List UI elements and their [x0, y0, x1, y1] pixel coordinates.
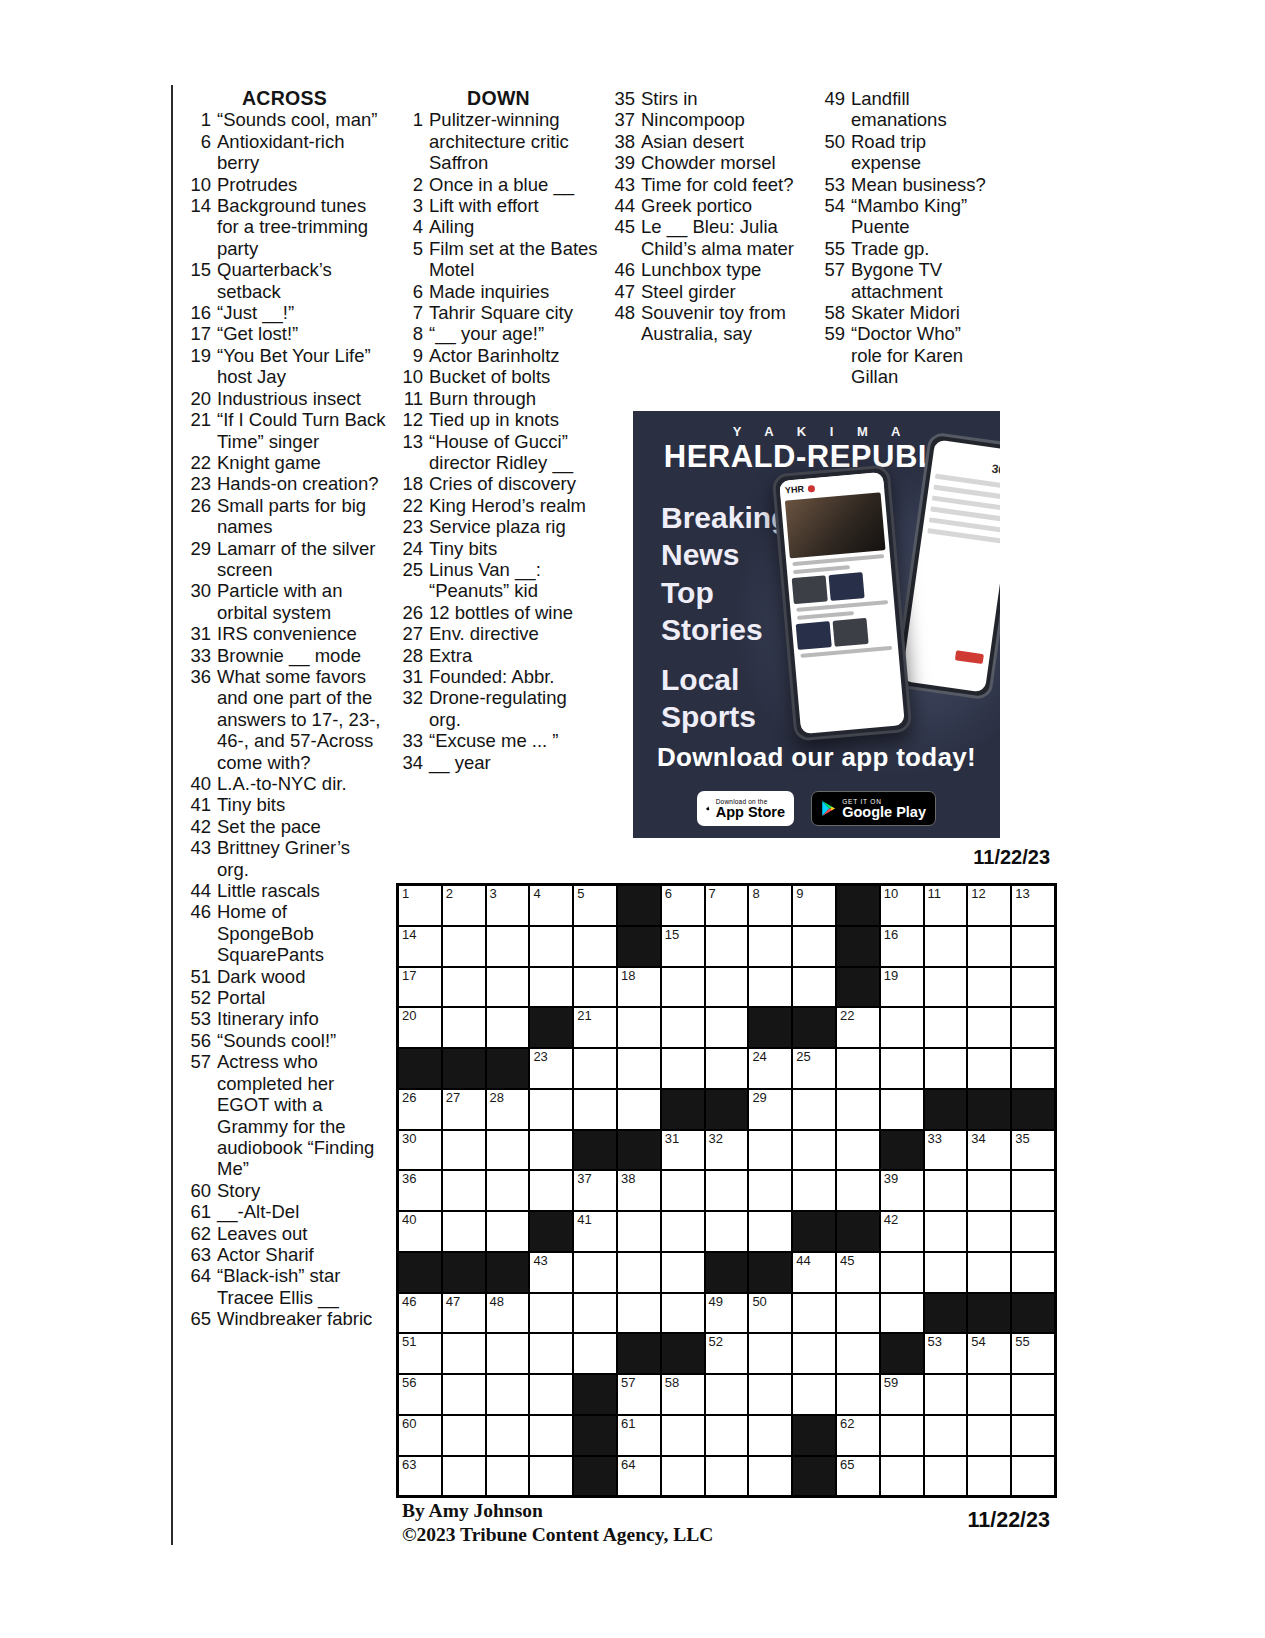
white-cell[interactable]: 17: [398, 967, 442, 1008]
white-cell[interactable]: [836, 1130, 880, 1171]
white-cell[interactable]: [1011, 1374, 1055, 1415]
white-cell[interactable]: [486, 1211, 530, 1252]
clue-item: 65Windbreaker fabric: [183, 1308, 386, 1329]
white-cell[interactable]: [880, 1089, 924, 1130]
cell-number: 51: [402, 1335, 416, 1348]
clue-text: Time for cold feet?: [641, 174, 795, 195]
white-cell[interactable]: [573, 1048, 617, 1089]
white-cell[interactable]: [442, 1374, 486, 1415]
clue-item: 11Burn through: [395, 388, 602, 409]
white-cell[interactable]: 32: [705, 1130, 749, 1171]
clue-item: 7Tahrir Square city: [395, 302, 602, 323]
white-cell[interactable]: 23: [529, 1048, 573, 1089]
cell-number: 7: [709, 887, 716, 900]
white-cell[interactable]: 3: [486, 885, 530, 926]
clue-item: 52Portal: [183, 987, 386, 1008]
clue-number: 43: [183, 837, 217, 880]
white-cell[interactable]: [573, 1293, 617, 1334]
white-cell[interactable]: [573, 926, 617, 967]
white-cell[interactable]: [661, 1415, 705, 1456]
white-cell[interactable]: [748, 926, 792, 967]
weather-table-rows: [926, 474, 1000, 550]
cell-number: 53: [928, 1335, 942, 1348]
white-cell[interactable]: [967, 926, 1011, 967]
white-cell[interactable]: [924, 926, 968, 967]
white-cell[interactable]: [442, 1415, 486, 1456]
white-cell[interactable]: [836, 1048, 880, 1089]
white-cell[interactable]: [967, 1252, 1011, 1293]
white-cell[interactable]: [705, 926, 749, 967]
white-cell[interactable]: [573, 1089, 617, 1130]
white-cell[interactable]: [880, 1456, 924, 1497]
black-cell: [880, 1333, 924, 1374]
clue-text: Skater Midori: [851, 302, 990, 323]
white-cell[interactable]: 4: [529, 885, 573, 926]
clue-item: 24Tiny bits: [395, 538, 602, 559]
white-cell[interactable]: [486, 1374, 530, 1415]
clue-number: 44: [607, 195, 641, 216]
white-cell[interactable]: [486, 926, 530, 967]
clue-item: 44Greek portico: [607, 195, 795, 216]
clue-text: Particle with an orbital system: [217, 580, 386, 623]
white-cell[interactable]: [617, 1089, 661, 1130]
black-cell: [573, 1374, 617, 1415]
white-cell[interactable]: [529, 1333, 573, 1374]
cell-number: 12: [971, 887, 985, 900]
white-cell[interactable]: [529, 1415, 573, 1456]
clue-number: 22: [395, 495, 429, 516]
white-cell[interactable]: [748, 1130, 792, 1171]
white-cell[interactable]: [792, 1130, 836, 1171]
white-cell[interactable]: [1011, 926, 1055, 967]
clue-item: 34__ year: [395, 752, 602, 773]
white-cell[interactable]: [880, 1007, 924, 1048]
cell-number: 11: [928, 887, 942, 900]
white-cell[interactable]: 16: [880, 926, 924, 967]
white-cell[interactable]: [924, 1170, 968, 1211]
clue-text: Once in a blue __: [429, 174, 602, 195]
cell-number: 2: [446, 887, 453, 900]
white-cell[interactable]: 10: [880, 885, 924, 926]
white-cell[interactable]: [924, 967, 968, 1008]
white-cell[interactable]: [486, 967, 530, 1008]
clue-item: 53Mean business?: [817, 174, 990, 195]
white-cell[interactable]: 34: [967, 1130, 1011, 1171]
clue-item: 39Chowder morsel: [607, 152, 795, 173]
white-cell[interactable]: [967, 1211, 1011, 1252]
black-cell: [617, 1130, 661, 1171]
white-cell[interactable]: [661, 967, 705, 1008]
clue-text: Film set at the Bates Motel: [429, 238, 602, 281]
clue-number: 20: [183, 388, 217, 409]
white-cell[interactable]: [967, 1170, 1011, 1211]
white-cell[interactable]: 55: [1011, 1333, 1055, 1374]
white-cell[interactable]: [748, 967, 792, 1008]
crossword-page: ACROSS1“Sounds cool, man”6Antioxidant-ri…: [0, 0, 1265, 1638]
white-cell[interactable]: [924, 1252, 968, 1293]
white-cell[interactable]: [486, 1415, 530, 1456]
clue-item: 60Story: [183, 1180, 386, 1201]
white-cell[interactable]: [792, 967, 836, 1008]
clue-text: Brittney Griner’s org.: [217, 837, 386, 880]
white-cell[interactable]: 31: [661, 1130, 705, 1171]
white-cell[interactable]: [617, 1293, 661, 1334]
white-cell[interactable]: [442, 926, 486, 967]
white-cell[interactable]: 13: [1011, 885, 1055, 926]
cell-number: 8: [752, 887, 759, 900]
clue-number: 37: [607, 109, 641, 130]
clue-item: 1Pulitzer-winning architecture critic Sa…: [395, 109, 602, 173]
clue-number: 22: [183, 452, 217, 473]
crossword-grid: 1234567891011121314151617181920212223242…: [396, 883, 1057, 1498]
white-cell[interactable]: [748, 1170, 792, 1211]
white-cell[interactable]: [442, 967, 486, 1008]
white-cell[interactable]: [486, 1130, 530, 1171]
white-cell[interactable]: [1011, 1415, 1055, 1456]
black-cell: [573, 1415, 617, 1456]
white-cell[interactable]: [661, 1048, 705, 1089]
white-cell[interactable]: [705, 1211, 749, 1252]
clue-text: Quarterback’s setback: [217, 259, 386, 302]
white-cell[interactable]: [705, 1048, 749, 1089]
white-cell[interactable]: 30: [398, 1130, 442, 1171]
white-cell[interactable]: [442, 1130, 486, 1171]
clue-number: 1: [395, 109, 429, 173]
cell-number: 39: [884, 1172, 898, 1185]
black-cell: [705, 1089, 749, 1130]
white-cell[interactable]: [442, 1456, 486, 1497]
clue-number: 5: [395, 238, 429, 281]
white-cell[interactable]: [792, 926, 836, 967]
white-cell[interactable]: [748, 1374, 792, 1415]
white-cell[interactable]: 52: [705, 1333, 749, 1374]
black-cell: [880, 1130, 924, 1171]
white-cell[interactable]: [836, 1333, 880, 1374]
white-cell[interactable]: [661, 1252, 705, 1293]
cell-number: 58: [665, 1376, 679, 1389]
white-cell[interactable]: [1011, 1007, 1055, 1048]
white-cell[interactable]: 48: [486, 1293, 530, 1334]
cell-number: 19: [884, 969, 898, 982]
clue-number: 44: [183, 880, 217, 901]
white-cell[interactable]: 35: [1011, 1130, 1055, 1171]
white-cell[interactable]: [529, 1170, 573, 1211]
clue-text: Small parts for big names: [217, 495, 386, 538]
white-cell[interactable]: [880, 1048, 924, 1089]
clue-item: 61__-Alt-Del: [183, 1201, 386, 1222]
white-cell[interactable]: [486, 1456, 530, 1497]
clue-number: 26: [183, 495, 217, 538]
white-cell[interactable]: [705, 1374, 749, 1415]
black-cell: [792, 1007, 836, 1048]
white-cell[interactable]: [967, 1456, 1011, 1497]
white-cell[interactable]: [529, 967, 573, 1008]
white-cell[interactable]: [486, 1007, 530, 1048]
white-cell[interactable]: 61: [617, 1415, 661, 1456]
white-cell[interactable]: 63: [398, 1456, 442, 1497]
white-cell[interactable]: [1011, 1456, 1055, 1497]
white-cell[interactable]: [661, 1456, 705, 1497]
clue-text: Dark wood: [217, 966, 386, 987]
white-cell[interactable]: [705, 967, 749, 1008]
black-cell: [792, 1456, 836, 1497]
clue-number: 17: [183, 323, 217, 344]
white-cell[interactable]: [836, 1170, 880, 1211]
white-cell[interactable]: [661, 1170, 705, 1211]
white-cell[interactable]: 19: [880, 967, 924, 1008]
white-cell[interactable]: [924, 1374, 968, 1415]
clue-number: 16: [183, 302, 217, 323]
cell-number: 54: [971, 1335, 985, 1348]
clue-text: Stirs in: [641, 88, 795, 109]
clue-text: Antioxidant-rich berry: [217, 131, 386, 174]
clue-number: 24: [395, 538, 429, 559]
clue-item: 62Leaves out: [183, 1223, 386, 1244]
clue-number: 51: [183, 966, 217, 987]
white-cell[interactable]: 64: [617, 1456, 661, 1497]
white-cell[interactable]: [924, 1048, 968, 1089]
white-cell[interactable]: [1011, 1170, 1055, 1211]
white-cell[interactable]: [617, 1007, 661, 1048]
white-cell[interactable]: [705, 1415, 749, 1456]
white-cell[interactable]: [748, 1333, 792, 1374]
clue-text: Itinerary info: [217, 1008, 386, 1029]
white-cell[interactable]: [442, 1170, 486, 1211]
clue-item: 55Trade gp.: [817, 238, 990, 259]
white-cell[interactable]: 39: [880, 1170, 924, 1211]
cell-number: 55: [1015, 1335, 1029, 1348]
white-cell[interactable]: 5: [573, 885, 617, 926]
clue-item: 47Steel girder: [607, 281, 795, 302]
white-cell[interactable]: 1: [398, 885, 442, 926]
white-cell[interactable]: 28: [486, 1089, 530, 1130]
white-cell[interactable]: 36: [398, 1170, 442, 1211]
cell-number: 45: [840, 1254, 854, 1267]
white-cell[interactable]: 42: [880, 1211, 924, 1252]
black-cell: [836, 885, 880, 926]
white-cell[interactable]: 60: [398, 1415, 442, 1456]
white-cell[interactable]: 12: [967, 885, 1011, 926]
white-cell[interactable]: 2: [442, 885, 486, 926]
white-cell[interactable]: 8: [748, 885, 792, 926]
white-cell[interactable]: [529, 1456, 573, 1497]
cell-number: 61: [621, 1417, 635, 1430]
white-cell[interactable]: [967, 967, 1011, 1008]
white-cell[interactable]: [529, 1293, 573, 1334]
clue-text: “Sounds cool, man”: [217, 109, 386, 130]
white-cell[interactable]: 38: [617, 1170, 661, 1211]
white-cell[interactable]: [705, 1170, 749, 1211]
white-cell[interactable]: 41: [573, 1211, 617, 1252]
white-cell[interactable]: [486, 1170, 530, 1211]
white-cell[interactable]: [792, 1374, 836, 1415]
white-cell[interactable]: [967, 1374, 1011, 1415]
white-cell[interactable]: [486, 1333, 530, 1374]
white-cell[interactable]: 51: [398, 1333, 442, 1374]
clue-number: 32: [395, 687, 429, 730]
white-cell[interactable]: 43: [529, 1252, 573, 1293]
black-cell: [529, 1007, 573, 1048]
clue-item: 58Skater Midori: [817, 302, 990, 323]
clue-item: 33Brownie __ mode: [183, 645, 386, 666]
weather-temperature: 36°: [991, 462, 1000, 478]
white-cell[interactable]: 65: [836, 1456, 880, 1497]
clue-item: 18Cries of discovery: [395, 473, 602, 494]
white-cell[interactable]: 54: [967, 1333, 1011, 1374]
white-cell[interactable]: [924, 1456, 968, 1497]
clue-number: 31: [395, 666, 429, 687]
white-cell[interactable]: [529, 926, 573, 967]
white-cell[interactable]: [967, 1048, 1011, 1089]
cell-number: 6: [665, 887, 672, 900]
white-cell[interactable]: [442, 1211, 486, 1252]
white-cell[interactable]: [967, 1007, 1011, 1048]
white-cell[interactable]: [1011, 967, 1055, 1008]
clue-text: Tiny bits: [429, 538, 602, 559]
white-cell[interactable]: 20: [398, 1007, 442, 1048]
white-cell[interactable]: [792, 1293, 836, 1334]
white-cell[interactable]: 47: [442, 1293, 486, 1334]
app-store-badge[interactable]: Download on the App Store: [697, 791, 794, 826]
white-cell[interactable]: 18: [617, 967, 661, 1008]
cell-number: 48: [490, 1295, 504, 1308]
white-cell[interactable]: 25: [792, 1048, 836, 1089]
white-cell[interactable]: [617, 1211, 661, 1252]
white-cell[interactable]: [792, 1333, 836, 1374]
white-cell[interactable]: [617, 1048, 661, 1089]
white-cell[interactable]: 27: [442, 1089, 486, 1130]
white-cell[interactable]: [836, 1089, 880, 1130]
white-cell[interactable]: [836, 1293, 880, 1334]
white-cell[interactable]: 21: [573, 1007, 617, 1048]
white-cell[interactable]: [748, 1211, 792, 1252]
white-cell[interactable]: 11: [924, 885, 968, 926]
white-cell[interactable]: [880, 1293, 924, 1334]
clue-number: 33: [183, 645, 217, 666]
white-cell[interactable]: [924, 1007, 968, 1048]
white-cell[interactable]: 53: [924, 1333, 968, 1374]
white-cell[interactable]: 26: [398, 1089, 442, 1130]
white-cell[interactable]: [705, 1456, 749, 1497]
cell-number: 60: [402, 1417, 416, 1430]
headline-line: [793, 565, 850, 574]
clue-number: 60: [183, 1180, 217, 1201]
white-cell[interactable]: [529, 1130, 573, 1171]
article-thumbnail: [792, 575, 828, 604]
black-cell: [573, 1130, 617, 1171]
white-cell[interactable]: [792, 1170, 836, 1211]
white-cell[interactable]: [748, 1415, 792, 1456]
column-divider-rule: [171, 85, 173, 1545]
white-cell[interactable]: [442, 1007, 486, 1048]
white-cell[interactable]: 40: [398, 1211, 442, 1252]
white-cell[interactable]: [1011, 1211, 1055, 1252]
white-cell[interactable]: [529, 1089, 573, 1130]
white-cell[interactable]: [573, 1252, 617, 1293]
white-cell[interactable]: 14: [398, 926, 442, 967]
cell-number: 34: [971, 1132, 985, 1145]
white-cell[interactable]: [442, 1333, 486, 1374]
clue-item: 2612 bottles of wine: [395, 602, 602, 623]
white-cell[interactable]: [661, 1007, 705, 1048]
white-cell[interactable]: 56: [398, 1374, 442, 1415]
google-play-badge[interactable]: GET IT ON Google Play: [811, 791, 936, 826]
white-cell[interactable]: 33: [924, 1130, 968, 1171]
white-cell[interactable]: [792, 1089, 836, 1130]
clue-number: 19: [183, 345, 217, 388]
white-cell[interactable]: 59: [880, 1374, 924, 1415]
white-cell[interactable]: 37: [573, 1170, 617, 1211]
white-cell[interactable]: [967, 1415, 1011, 1456]
white-cell[interactable]: 22: [836, 1007, 880, 1048]
white-cell[interactable]: 57: [617, 1374, 661, 1415]
clue-text: Set the pace: [217, 816, 386, 837]
white-cell[interactable]: [1011, 1252, 1055, 1293]
white-cell[interactable]: [924, 1211, 968, 1252]
white-cell[interactable]: [924, 1415, 968, 1456]
store-badges-row: Download on the App Store GET IT ON Goog…: [633, 791, 1000, 826]
clue-item: 48Souvenir toy from Australia, say: [607, 302, 795, 345]
clue-text: Asian desert: [641, 131, 795, 152]
white-cell[interactable]: 44: [792, 1252, 836, 1293]
clue-text: “You Bet Your Life” host Jay: [217, 345, 386, 388]
white-cell[interactable]: 50: [748, 1293, 792, 1334]
white-cell[interactable]: [573, 1333, 617, 1374]
clue-number: 21: [183, 409, 217, 452]
white-cell[interactable]: [573, 967, 617, 1008]
app-logo-dot-icon: [808, 484, 816, 492]
white-cell[interactable]: 46: [398, 1293, 442, 1334]
white-cell[interactable]: 45: [836, 1252, 880, 1293]
white-cell[interactable]: 9: [792, 885, 836, 926]
clue-text: Leaves out: [217, 1223, 386, 1244]
white-cell[interactable]: 49: [705, 1293, 749, 1334]
clue-number: 57: [817, 259, 851, 302]
black-cell: [836, 926, 880, 967]
white-cell[interactable]: 15: [661, 926, 705, 967]
cell-number: 42: [884, 1213, 898, 1226]
white-cell[interactable]: 58: [661, 1374, 705, 1415]
clue-text: Landfill emanations: [851, 88, 990, 131]
white-cell[interactable]: [748, 1456, 792, 1497]
white-cell[interactable]: [661, 1211, 705, 1252]
white-cell[interactable]: [661, 1293, 705, 1334]
white-cell[interactable]: 24: [748, 1048, 792, 1089]
cell-number: 40: [402, 1213, 416, 1226]
white-cell[interactable]: [705, 1007, 749, 1048]
white-cell[interactable]: [836, 1374, 880, 1415]
clue-number: 47: [607, 281, 641, 302]
clue-number: 25: [395, 559, 429, 602]
cell-number: 35: [1015, 1132, 1029, 1145]
white-cell[interactable]: 7: [705, 885, 749, 926]
clue-item: 40L.A.-to-NYC dir.: [183, 773, 386, 794]
white-cell[interactable]: 6: [661, 885, 705, 926]
white-cell[interactable]: 62: [836, 1415, 880, 1456]
white-cell[interactable]: [880, 1415, 924, 1456]
white-cell[interactable]: [880, 1252, 924, 1293]
white-cell[interactable]: 29: [748, 1089, 792, 1130]
clue-number: 10: [183, 174, 217, 195]
white-cell[interactable]: [617, 1252, 661, 1293]
clue-text: “If I Could Turn Back Time” singer: [217, 409, 386, 452]
phone-front-screen: YHR: [779, 472, 905, 734]
clue-number: 55: [817, 238, 851, 259]
clue-text: Drone-regulating org.: [429, 687, 602, 730]
white-cell[interactable]: [1011, 1048, 1055, 1089]
cell-number: 52: [709, 1335, 723, 1348]
white-cell[interactable]: [529, 1374, 573, 1415]
